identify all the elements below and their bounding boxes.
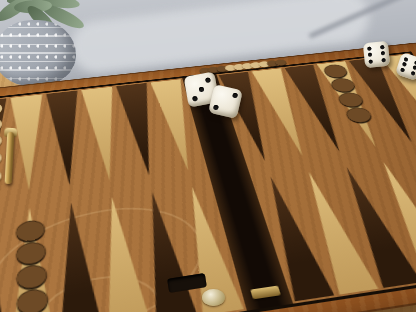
- point-12[interactable]: [0, 202, 9, 312]
- scene: ●●●●●●●●●●●●●● ●●●●●●●●●●: [0, 0, 416, 312]
- brass-latch[interactable]: [0, 128, 19, 187]
- die-pip: [412, 66, 416, 71]
- clasp-button[interactable]: [202, 289, 225, 306]
- die-pip: [381, 52, 385, 56]
- die-pip: [192, 96, 198, 102]
- latch-rod: [5, 132, 15, 184]
- plant-pot: [0, 20, 76, 86]
- checker-stack: [0, 202, 9, 312]
- die-pip: [411, 71, 416, 76]
- hinge-plate: [250, 286, 280, 300]
- die-pip: [367, 47, 371, 51]
- die-pip: [400, 68, 405, 73]
- checker-dark[interactable]: ●: [341, 105, 375, 124]
- die-pip: [205, 77, 211, 83]
- die-pip: [213, 104, 219, 110]
- die-pip: [403, 57, 408, 62]
- die-pip: [381, 58, 385, 62]
- plant: [0, 0, 98, 90]
- die-pip: [232, 93, 238, 99]
- die-3[interactable]: [363, 41, 390, 68]
- die-pip: [368, 53, 372, 57]
- die-pip: [402, 62, 407, 67]
- rail-checker-dark[interactable]: ●: [273, 57, 288, 65]
- die-pip: [199, 87, 205, 93]
- die-pip: [369, 59, 373, 63]
- die-pip: [380, 45, 384, 49]
